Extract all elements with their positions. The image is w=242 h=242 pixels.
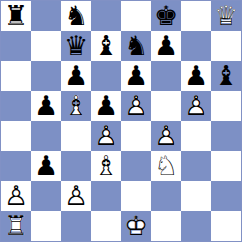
square-g2[interactable] xyxy=(181,181,211,211)
white-piece-outline-layer: ♗ xyxy=(61,91,91,121)
piece-black-queen[interactable]: ♛ xyxy=(61,31,91,61)
square-c8[interactable]: ♞ xyxy=(61,1,91,31)
piece-black-pawn[interactable]: ♟ xyxy=(121,61,151,91)
square-e1[interactable]: ♚♔ xyxy=(121,211,151,241)
piece-white-pawn[interactable]: ♟♙ xyxy=(1,181,31,211)
piece-black-pawn[interactable]: ♟ xyxy=(61,61,91,91)
square-f5[interactable] xyxy=(151,91,181,121)
piece-white-pawn[interactable]: ♟♙ xyxy=(151,121,181,151)
square-g8[interactable] xyxy=(181,1,211,31)
square-a6[interactable] xyxy=(1,61,31,91)
square-a4[interactable] xyxy=(1,121,31,151)
square-h2[interactable] xyxy=(211,181,241,211)
square-e7[interactable]: ♞ xyxy=(121,31,151,61)
square-c7[interactable]: ♛ xyxy=(61,31,91,61)
square-b3[interactable]: ♟ xyxy=(31,151,61,181)
square-f2[interactable] xyxy=(151,181,181,211)
white-piece-outline-layer: ♙ xyxy=(121,91,151,121)
piece-black-pawn[interactable]: ♟ xyxy=(181,61,211,91)
square-c3[interactable] xyxy=(61,151,91,181)
square-c1[interactable] xyxy=(61,211,91,241)
white-piece-outline-layer: ♕ xyxy=(211,1,241,31)
square-g7[interactable] xyxy=(181,31,211,61)
piece-white-pawn[interactable]: ♟♙ xyxy=(61,181,91,211)
square-h3[interactable] xyxy=(211,151,241,181)
piece-white-bishop[interactable]: ♝♗ xyxy=(91,151,121,181)
square-d1[interactable] xyxy=(91,211,121,241)
white-piece-outline-layer: ♙ xyxy=(151,121,181,151)
square-h5[interactable] xyxy=(211,91,241,121)
square-b6[interactable] xyxy=(31,61,61,91)
square-e5[interactable]: ♟♙ xyxy=(121,91,151,121)
square-f1[interactable] xyxy=(151,211,181,241)
square-d5[interactable]: ♟ xyxy=(91,91,121,121)
square-h8[interactable]: ♛♕ xyxy=(211,1,241,31)
white-piece-outline-layer: ♖ xyxy=(1,211,31,241)
square-e6[interactable]: ♟ xyxy=(121,61,151,91)
square-g4[interactable] xyxy=(181,121,211,151)
chess-board: ♜♞♚♛♕♛♝♞♟♟♟♟♝♟♝♗♟♟♙♟♙♟♙♟♙♟♝♗♞♘♟♙♟♙♜♖♚♔ xyxy=(0,0,242,242)
piece-black-pawn[interactable]: ♟ xyxy=(31,151,61,181)
white-piece-outline-layer: ♙ xyxy=(61,181,91,211)
square-c6[interactable]: ♟ xyxy=(61,61,91,91)
piece-white-bishop[interactable]: ♝♗ xyxy=(61,91,91,121)
square-d8[interactable] xyxy=(91,1,121,31)
square-f8[interactable]: ♚ xyxy=(151,1,181,31)
square-a5[interactable] xyxy=(1,91,31,121)
square-d2[interactable] xyxy=(91,181,121,211)
square-f7[interactable]: ♟ xyxy=(151,31,181,61)
square-a7[interactable] xyxy=(1,31,31,61)
square-g6[interactable]: ♟ xyxy=(181,61,211,91)
square-c2[interactable]: ♟♙ xyxy=(61,181,91,211)
square-a2[interactable]: ♟♙ xyxy=(1,181,31,211)
square-b5[interactable]: ♟ xyxy=(31,91,61,121)
square-d7[interactable]: ♝ xyxy=(91,31,121,61)
square-g3[interactable] xyxy=(181,151,211,181)
square-h4[interactable] xyxy=(211,121,241,151)
square-h6[interactable]: ♝ xyxy=(211,61,241,91)
square-c4[interactable] xyxy=(61,121,91,151)
square-d4[interactable]: ♟♙ xyxy=(91,121,121,151)
square-b2[interactable] xyxy=(31,181,61,211)
white-piece-outline-layer: ♔ xyxy=(121,211,151,241)
piece-white-queen[interactable]: ♛♕ xyxy=(211,1,241,31)
piece-black-rook[interactable]: ♜ xyxy=(1,1,31,31)
piece-white-king[interactable]: ♚♔ xyxy=(121,211,151,241)
square-e8[interactable] xyxy=(121,1,151,31)
piece-white-rook[interactable]: ♜♖ xyxy=(1,211,31,241)
piece-black-bishop[interactable]: ♝ xyxy=(211,61,241,91)
square-h1[interactable] xyxy=(211,211,241,241)
white-piece-outline-layer: ♗ xyxy=(91,151,121,181)
square-h7[interactable] xyxy=(211,31,241,61)
piece-white-pawn[interactable]: ♟♙ xyxy=(121,91,151,121)
square-f6[interactable] xyxy=(151,61,181,91)
white-piece-outline-layer: ♙ xyxy=(181,91,211,121)
piece-white-knight[interactable]: ♞♘ xyxy=(151,151,181,181)
piece-black-bishop[interactable]: ♝ xyxy=(91,31,121,61)
square-g1[interactable] xyxy=(181,211,211,241)
piece-black-knight[interactable]: ♞ xyxy=(121,31,151,61)
square-b1[interactable] xyxy=(31,211,61,241)
square-a8[interactable]: ♜ xyxy=(1,1,31,31)
square-d3[interactable]: ♝♗ xyxy=(91,151,121,181)
white-piece-outline-layer: ♙ xyxy=(1,181,31,211)
piece-black-pawn[interactable]: ♟ xyxy=(91,91,121,121)
white-piece-outline-layer: ♘ xyxy=(151,151,181,181)
piece-black-pawn[interactable]: ♟ xyxy=(31,91,61,121)
white-piece-outline-layer: ♙ xyxy=(91,121,121,151)
square-f4[interactable]: ♟♙ xyxy=(151,121,181,151)
square-d6[interactable] xyxy=(91,61,121,91)
square-b8[interactable] xyxy=(31,1,61,31)
square-g5[interactable]: ♟♙ xyxy=(181,91,211,121)
square-e4[interactable] xyxy=(121,121,151,151)
square-f3[interactable]: ♞♘ xyxy=(151,151,181,181)
piece-black-king[interactable]: ♚ xyxy=(151,1,181,31)
square-a3[interactable] xyxy=(1,151,31,181)
piece-white-pawn[interactable]: ♟♙ xyxy=(91,121,121,151)
square-c5[interactable]: ♝♗ xyxy=(61,91,91,121)
square-e3[interactable] xyxy=(121,151,151,181)
piece-white-pawn[interactable]: ♟♙ xyxy=(181,91,211,121)
square-e2[interactable] xyxy=(121,181,151,211)
piece-black-pawn[interactable]: ♟ xyxy=(151,31,181,61)
square-b7[interactable] xyxy=(31,31,61,61)
square-b4[interactable] xyxy=(31,121,61,151)
piece-black-knight[interactable]: ♞ xyxy=(61,1,91,31)
square-a1[interactable]: ♜♖ xyxy=(1,211,31,241)
